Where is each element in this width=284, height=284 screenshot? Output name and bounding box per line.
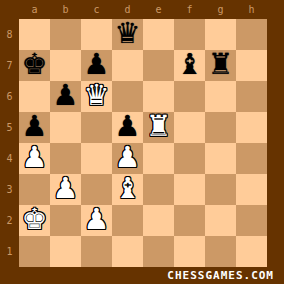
white-king-a2: ♚ [22, 204, 48, 235]
square-g6 [205, 81, 236, 112]
square-e8 [143, 19, 174, 50]
file-label-f: f [174, 0, 205, 19]
square-e1 [143, 236, 174, 267]
square-g5 [205, 112, 236, 143]
square-d1 [112, 236, 143, 267]
square-g8 [205, 19, 236, 50]
square-h3 [236, 174, 267, 205]
square-b3: ♟ [50, 174, 81, 205]
rank-label-6: 6 [0, 81, 19, 112]
square-h8 [236, 19, 267, 50]
square-f2 [174, 205, 205, 236]
square-e2 [143, 205, 174, 236]
square-e4 [143, 143, 174, 174]
white-pawn-a4: ♟ [22, 142, 48, 173]
white-queen-c6: ♛ [84, 80, 110, 111]
square-c2: ♟ [81, 205, 112, 236]
black-queen-d8: ♛ [115, 18, 141, 49]
square-e5: ♜ [143, 112, 174, 143]
file-label-h: h [236, 0, 267, 19]
rank-label-3: 3 [0, 174, 19, 205]
file-label-a: a [19, 0, 50, 19]
square-d6 [112, 81, 143, 112]
white-pawn-d4: ♟ [115, 142, 141, 173]
rank-label-8: 8 [0, 19, 19, 50]
square-c8 [81, 19, 112, 50]
black-rook-g7: ♜ [208, 49, 234, 80]
white-rook-e5: ♜ [146, 111, 172, 142]
square-h4 [236, 143, 267, 174]
square-d4: ♟ [112, 143, 143, 174]
file-labels: abcdefgh [19, 0, 267, 19]
square-h2 [236, 205, 267, 236]
chess-board: ♛♚♟♝♜♟♛♟♟♜♟♟♟♝♚♟ [19, 19, 267, 267]
black-pawn-d5: ♟ [115, 111, 141, 142]
square-c7: ♟ [81, 50, 112, 81]
square-a4: ♟ [19, 143, 50, 174]
file-label-b: b [50, 0, 81, 19]
square-c4 [81, 143, 112, 174]
square-h1 [236, 236, 267, 267]
square-g4 [205, 143, 236, 174]
rank-label-5: 5 [0, 112, 19, 143]
square-g3 [205, 174, 236, 205]
black-pawn-a5: ♟ [22, 111, 48, 142]
square-a3 [19, 174, 50, 205]
square-d5: ♟ [112, 112, 143, 143]
board-footer: CHESSGAMES.COM [19, 267, 278, 284]
square-g7: ♜ [205, 50, 236, 81]
file-label-c: c [81, 0, 112, 19]
square-f5 [174, 112, 205, 143]
square-f8 [174, 19, 205, 50]
black-king-a7: ♚ [22, 49, 48, 80]
square-a7: ♚ [19, 50, 50, 81]
square-b2 [50, 205, 81, 236]
square-e6 [143, 81, 174, 112]
square-d7 [112, 50, 143, 81]
square-b1 [50, 236, 81, 267]
white-bishop-d3: ♝ [115, 173, 141, 204]
square-a6 [19, 81, 50, 112]
square-b7 [50, 50, 81, 81]
white-pawn-b3: ♟ [53, 173, 79, 204]
square-f4 [174, 143, 205, 174]
square-f3 [174, 174, 205, 205]
square-a5: ♟ [19, 112, 50, 143]
square-g1 [205, 236, 236, 267]
white-pawn-c2: ♟ [84, 204, 110, 235]
square-e3 [143, 174, 174, 205]
square-c1 [81, 236, 112, 267]
square-b8 [50, 19, 81, 50]
chess-board-frame: abcdefgh 87654321 ♛♚♟♝♜♟♛♟♟♜♟♟♟♝♚♟ CHESS… [0, 0, 284, 284]
square-g2 [205, 205, 236, 236]
square-a8 [19, 19, 50, 50]
rank-labels: 87654321 [0, 19, 19, 267]
file-label-g: g [205, 0, 236, 19]
black-pawn-c7: ♟ [84, 49, 110, 80]
black-bishop-f7: ♝ [177, 49, 203, 80]
square-h6 [236, 81, 267, 112]
square-f1 [174, 236, 205, 267]
chessgames-watermark: CHESSGAMES.COM [167, 269, 274, 282]
square-f6 [174, 81, 205, 112]
square-c3 [81, 174, 112, 205]
square-d2 [112, 205, 143, 236]
rank-label-7: 7 [0, 50, 19, 81]
square-h7 [236, 50, 267, 81]
square-d8: ♛ [112, 19, 143, 50]
square-h5 [236, 112, 267, 143]
square-e7 [143, 50, 174, 81]
square-d3: ♝ [112, 174, 143, 205]
square-c6: ♛ [81, 81, 112, 112]
square-b6: ♟ [50, 81, 81, 112]
rank-label-2: 2 [0, 205, 19, 236]
square-b4 [50, 143, 81, 174]
square-a1 [19, 236, 50, 267]
file-label-e: e [143, 0, 174, 19]
square-a2: ♚ [19, 205, 50, 236]
rank-label-1: 1 [0, 236, 19, 267]
rank-label-4: 4 [0, 143, 19, 174]
square-c5 [81, 112, 112, 143]
square-b5 [50, 112, 81, 143]
black-pawn-b6: ♟ [53, 80, 79, 111]
square-f7: ♝ [174, 50, 205, 81]
